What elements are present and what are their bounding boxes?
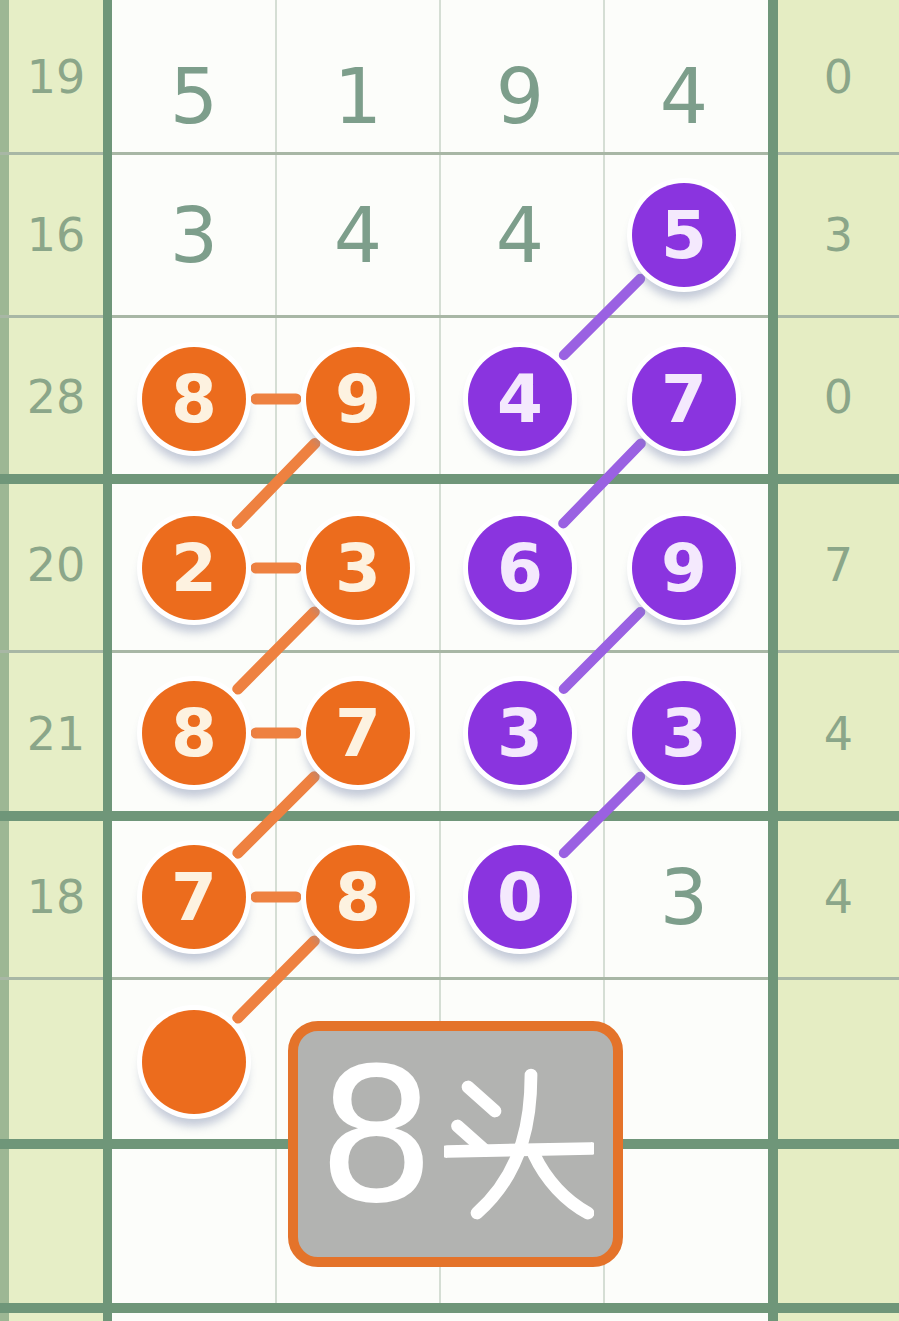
tou-character-glyph	[444, 1064, 594, 1224]
period-label: 18	[9, 815, 103, 978]
tail-count-label: 3	[778, 153, 899, 316]
trend-dot	[142, 1010, 246, 1114]
tail-count-label: 7	[778, 478, 899, 652]
circled-digit-orange: 7	[142, 845, 246, 949]
grid-digit: 9	[455, 36, 585, 156]
circled-digit-orange: 3	[306, 516, 410, 620]
circled-digit-purple: 3	[632, 681, 736, 785]
period-label: 21	[9, 652, 103, 815]
circled-digit-purple: 5	[632, 183, 736, 287]
period-label: 16	[9, 153, 103, 316]
period-label: 19	[9, 0, 103, 153]
grid-digit: 3	[129, 175, 259, 295]
tail-count-label: 0	[778, 316, 899, 478]
tou-selection-badge[interactable]: 8	[288, 1021, 623, 1267]
grid-digit: 3	[619, 837, 749, 957]
circled-digit-orange: 8	[142, 347, 246, 451]
circled-digit-purple: 4	[468, 347, 572, 451]
circled-digit-purple: 0	[468, 845, 572, 949]
circled-digit-purple: 9	[632, 516, 736, 620]
grid-digit: 1	[293, 36, 423, 156]
tail-count-label: 4	[778, 815, 899, 978]
grid-digit: 4	[293, 175, 423, 295]
grid-digit: 5	[129, 36, 259, 156]
grid-digit: 4	[455, 175, 585, 295]
tail-count-label: 4	[778, 652, 899, 815]
overlay-digit: 8	[317, 1043, 435, 1229]
circled-digit-orange: 8	[306, 845, 410, 949]
circled-digit-orange: 9	[306, 347, 410, 451]
circled-digit-purple: 6	[468, 516, 572, 620]
period-label: 28	[9, 316, 103, 478]
period-label: 20	[9, 478, 103, 652]
circled-digit-purple: 7	[632, 347, 736, 451]
circled-digit-orange: 8	[142, 681, 246, 785]
grid-digit: 4	[619, 36, 749, 156]
lottery-trend-chart: 1905194163344528089472072369214873318478…	[0, 0, 899, 1321]
circled-digit-orange: 7	[306, 681, 410, 785]
circled-digit-purple: 3	[468, 681, 572, 785]
tail-count-label: 0	[778, 0, 899, 153]
circled-digit-orange: 2	[142, 516, 246, 620]
